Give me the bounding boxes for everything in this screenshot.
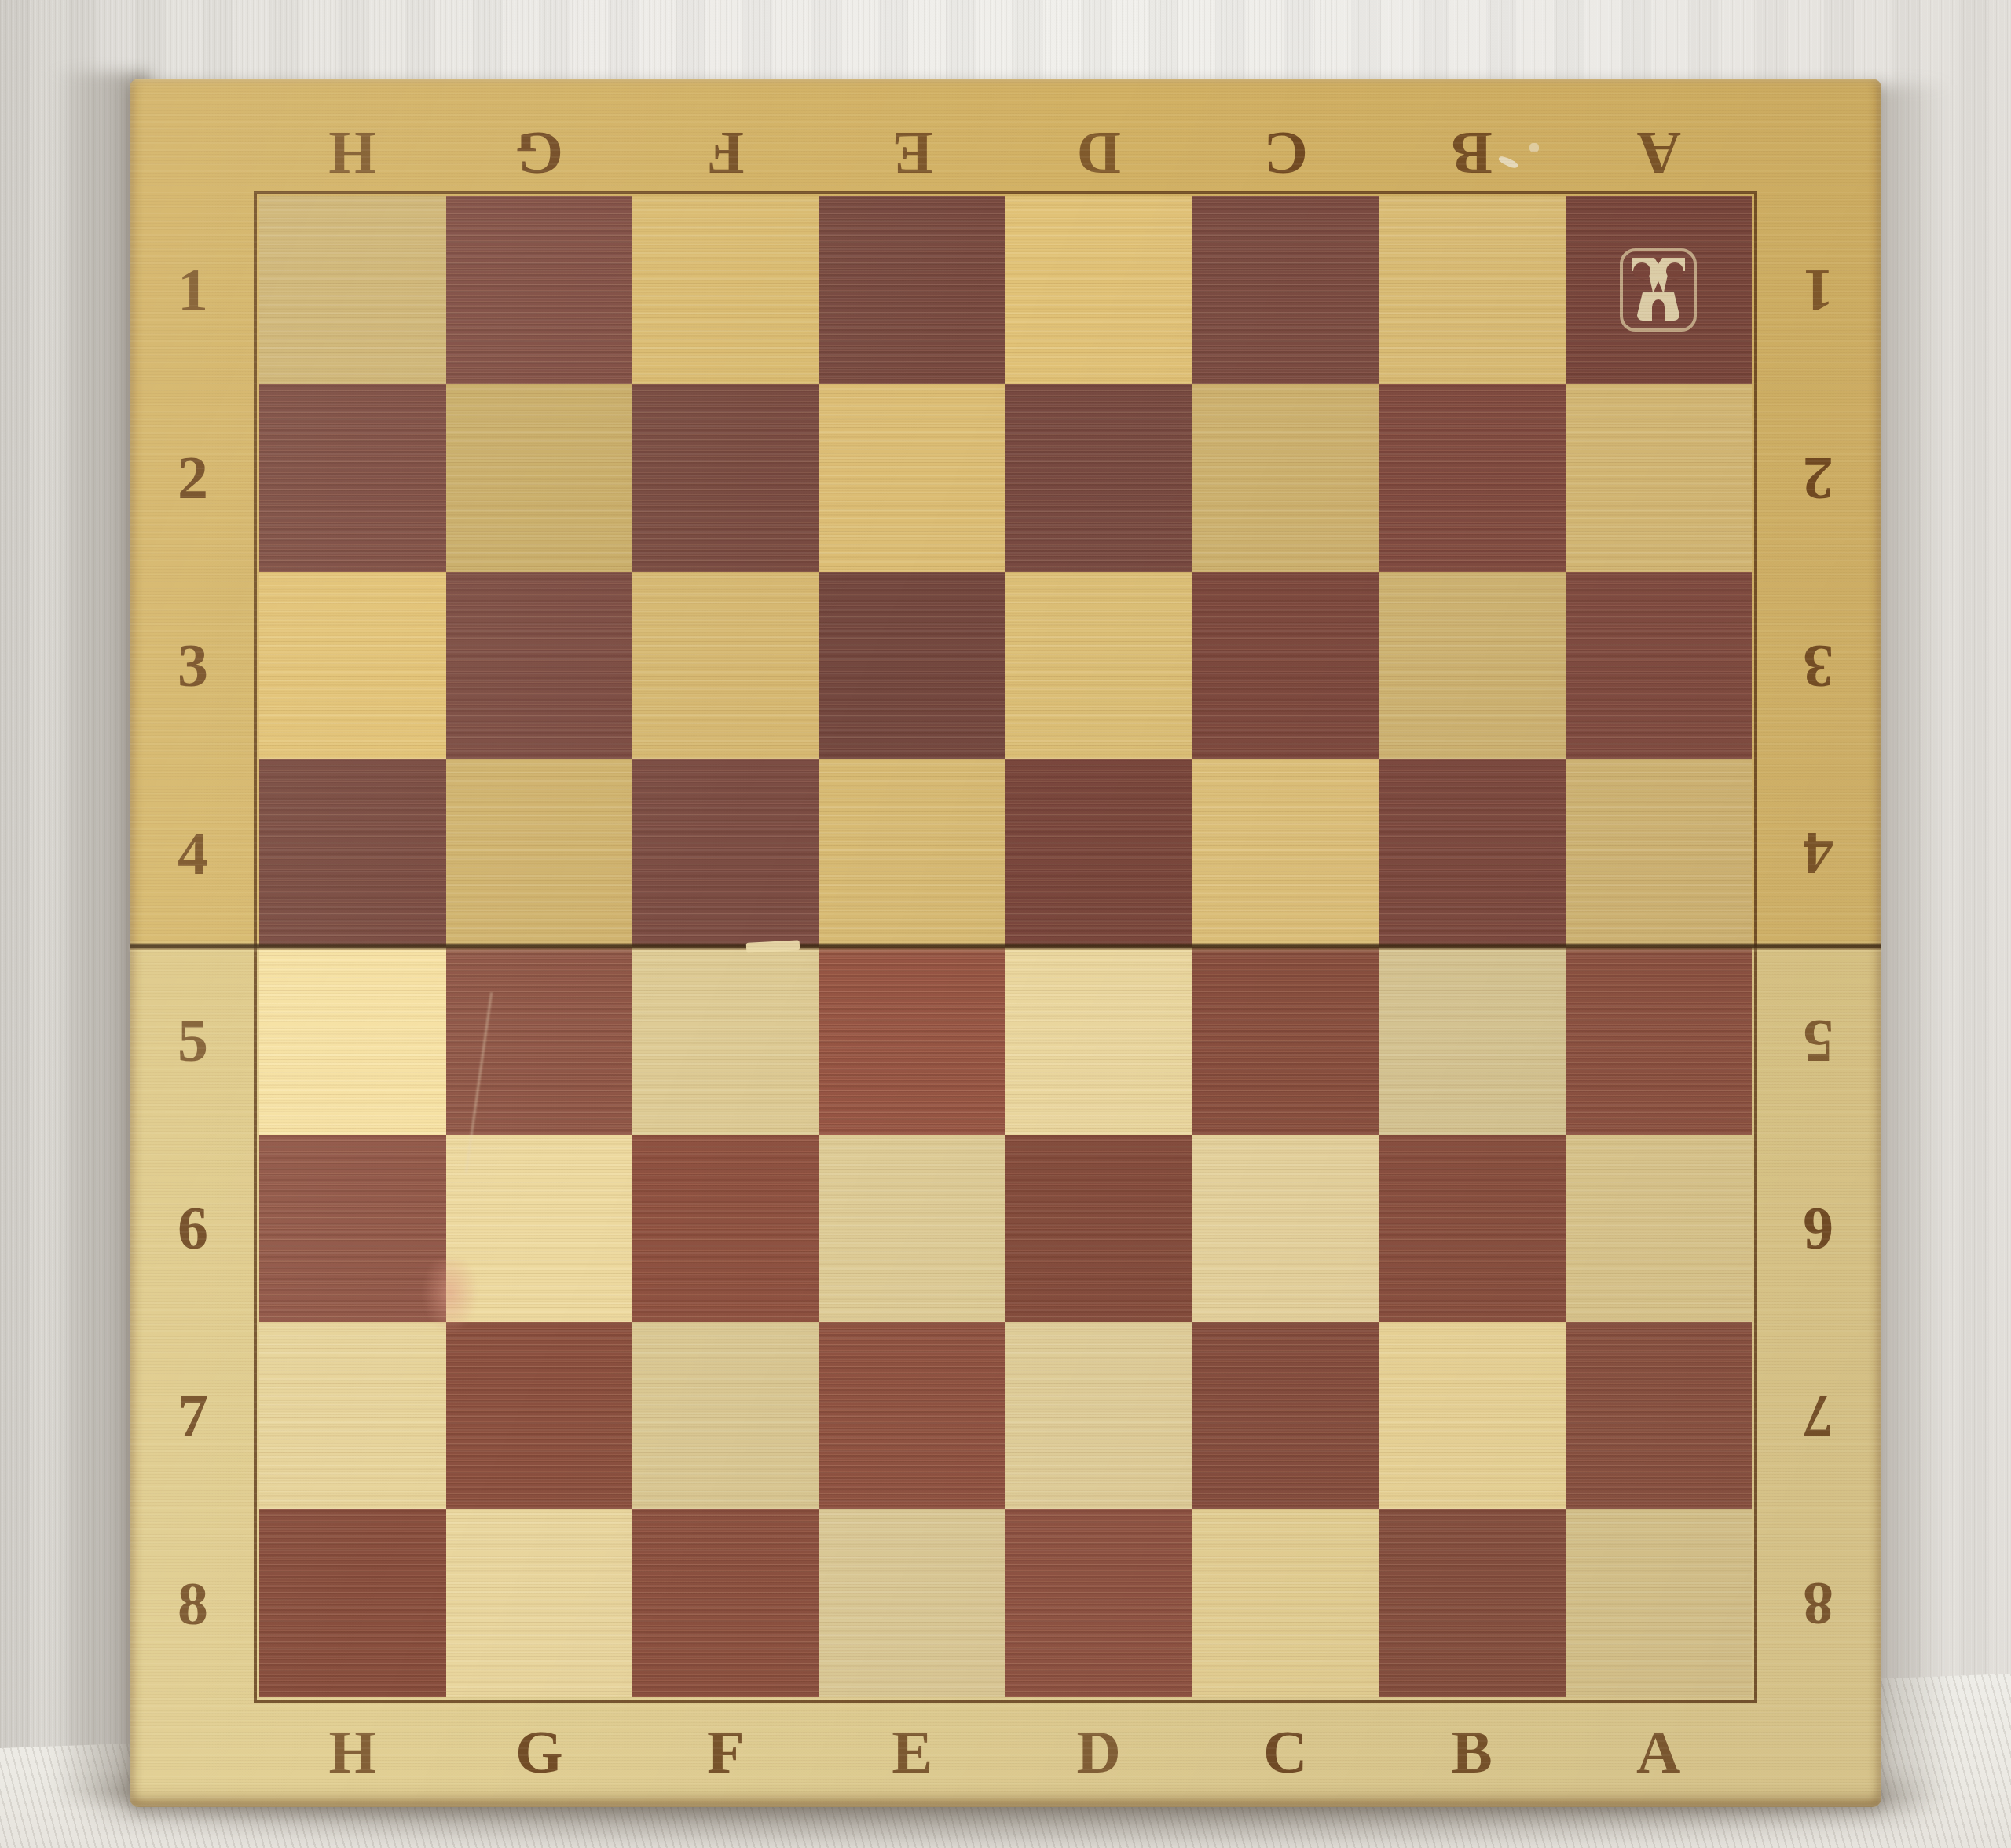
square-c4[interactable]	[1192, 759, 1379, 947]
file-label-bottom-c: C	[1192, 1697, 1379, 1807]
rank-label-left-7: 7	[130, 1322, 256, 1510]
square-b2[interactable]	[1379, 384, 1566, 572]
square-g8[interactable]	[446, 1509, 633, 1697]
file-label-top-a: A	[1566, 110, 1753, 196]
rank-label-left-4: 4	[130, 759, 256, 947]
square-f3[interactable]	[632, 572, 819, 760]
square-e4[interactable]	[819, 759, 1006, 947]
square-c2[interactable]	[1192, 384, 1379, 572]
square-c1[interactable]	[1192, 196, 1379, 384]
square-h8[interactable]	[259, 1509, 446, 1697]
square-c5[interactable]	[1192, 947, 1379, 1135]
square-b8[interactable]	[1379, 1509, 1566, 1697]
rank-label-left-1: 1	[130, 196, 256, 384]
file-label-bottom-a: A	[1566, 1697, 1753, 1807]
scuff-mark-h6	[422, 1259, 478, 1334]
square-d2[interactable]	[1005, 384, 1192, 572]
square-f5[interactable]	[632, 947, 819, 1135]
rank-label-left-2: 2	[130, 384, 256, 572]
square-a3[interactable]	[1566, 572, 1753, 760]
square-h2[interactable]	[259, 384, 446, 572]
scene: HGFEDCBA HGFEDCBA 12345678 12345678	[0, 0, 2011, 1848]
file-labels-bottom: HGFEDCBA	[259, 1697, 1752, 1807]
rank-label-right-3: 3	[1755, 572, 1881, 760]
file-label-top-b: B	[1379, 110, 1566, 196]
square-e5[interactable]	[819, 947, 1006, 1135]
file-label-top-e: E	[819, 110, 1006, 196]
rank-label-right-7: 7	[1755, 1322, 1881, 1510]
square-d6[interactable]	[1005, 1135, 1192, 1322]
rank-label-right-2: 2	[1755, 384, 1881, 572]
square-d7[interactable]	[1005, 1322, 1192, 1510]
file-label-bottom-e: E	[819, 1697, 1006, 1807]
square-h1[interactable]	[259, 196, 446, 384]
square-d1[interactable]	[1005, 196, 1192, 384]
square-a5[interactable]	[1566, 947, 1753, 1135]
square-b1[interactable]	[1379, 196, 1566, 384]
rank-label-right-5: 5	[1755, 947, 1881, 1135]
file-label-top-h: H	[259, 110, 446, 196]
rank-label-right-6: 6	[1755, 1135, 1881, 1322]
square-f6[interactable]	[632, 1135, 819, 1322]
rank-label-right-1: 1	[1755, 196, 1881, 384]
rank-label-right-8: 8	[1755, 1509, 1881, 1697]
file-label-top-c: C	[1192, 110, 1379, 196]
file-label-bottom-h: H	[259, 1697, 446, 1807]
square-b6[interactable]	[1379, 1135, 1566, 1322]
square-e2[interactable]	[819, 384, 1006, 572]
square-g7[interactable]	[446, 1322, 633, 1510]
fold-seam	[130, 943, 1881, 950]
file-label-top-g: G	[446, 110, 633, 196]
square-a8[interactable]	[1566, 1509, 1753, 1697]
rank-label-left-8: 8	[130, 1509, 256, 1697]
square-f2[interactable]	[632, 384, 819, 572]
square-a2[interactable]	[1566, 384, 1753, 572]
square-b7[interactable]	[1379, 1322, 1566, 1510]
square-e8[interactable]	[819, 1509, 1006, 1697]
square-c7[interactable]	[1192, 1322, 1379, 1510]
square-d5[interactable]	[1005, 947, 1192, 1135]
rank-label-left-3: 3	[130, 572, 256, 760]
square-a4[interactable]	[1566, 759, 1753, 947]
square-d3[interactable]	[1005, 572, 1192, 760]
square-a6[interactable]	[1566, 1135, 1753, 1322]
file-label-bottom-g: G	[446, 1697, 633, 1807]
manufacturer-stamp-icon	[1617, 246, 1700, 334]
square-c3[interactable]	[1192, 572, 1379, 760]
square-h4[interactable]	[259, 759, 446, 947]
file-label-top-d: D	[1005, 110, 1192, 196]
file-labels-top: HGFEDCBA	[259, 79, 1752, 196]
wall-shadow-right	[1874, 85, 1950, 1806]
file-label-bottom-f: F	[632, 1697, 819, 1807]
square-b3[interactable]	[1379, 572, 1566, 760]
file-label-top-f: F	[632, 110, 819, 196]
smudge-mark	[1529, 143, 1539, 152]
square-e7[interactable]	[819, 1322, 1006, 1510]
square-e6[interactable]	[819, 1135, 1006, 1322]
square-a7[interactable]	[1566, 1322, 1753, 1510]
file-label-bottom-b: B	[1379, 1697, 1566, 1807]
rank-label-left-6: 6	[130, 1135, 256, 1322]
square-c6[interactable]	[1192, 1135, 1379, 1322]
square-e1[interactable]	[819, 196, 1006, 384]
square-h5[interactable]	[259, 947, 446, 1135]
chessboard: HGFEDCBA HGFEDCBA 12345678 12345678	[130, 79, 1881, 1807]
square-b4[interactable]	[1379, 759, 1566, 947]
square-g4[interactable]	[446, 759, 633, 947]
square-d8[interactable]	[1005, 1509, 1192, 1697]
square-g1[interactable]	[446, 196, 633, 384]
rank-label-left-5: 5	[130, 947, 256, 1135]
square-g2[interactable]	[446, 384, 633, 572]
square-f7[interactable]	[632, 1322, 819, 1510]
square-b5[interactable]	[1379, 947, 1566, 1135]
square-f8[interactable]	[632, 1509, 819, 1697]
square-g3[interactable]	[446, 572, 633, 760]
square-e3[interactable]	[819, 572, 1006, 760]
file-label-bottom-d: D	[1005, 1697, 1192, 1807]
rank-label-right-4: 4	[1755, 759, 1881, 947]
square-h6[interactable]	[259, 1135, 446, 1322]
square-d4[interactable]	[1005, 759, 1192, 947]
square-c8[interactable]	[1192, 1509, 1379, 1697]
square-h7[interactable]	[259, 1322, 446, 1510]
square-f4[interactable]	[632, 759, 819, 947]
square-h3[interactable]	[259, 572, 446, 760]
square-f1[interactable]	[632, 196, 819, 384]
